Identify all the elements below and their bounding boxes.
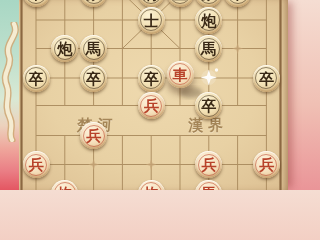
move-sparkle-icon xyxy=(0,0,304,190)
xiangqi-game-screen: { "game": "xiangqi (Chinese chess)", "sc… xyxy=(0,0,304,190)
cloud-ornament-icon xyxy=(0,22,19,142)
background-left-strip xyxy=(0,0,19,190)
